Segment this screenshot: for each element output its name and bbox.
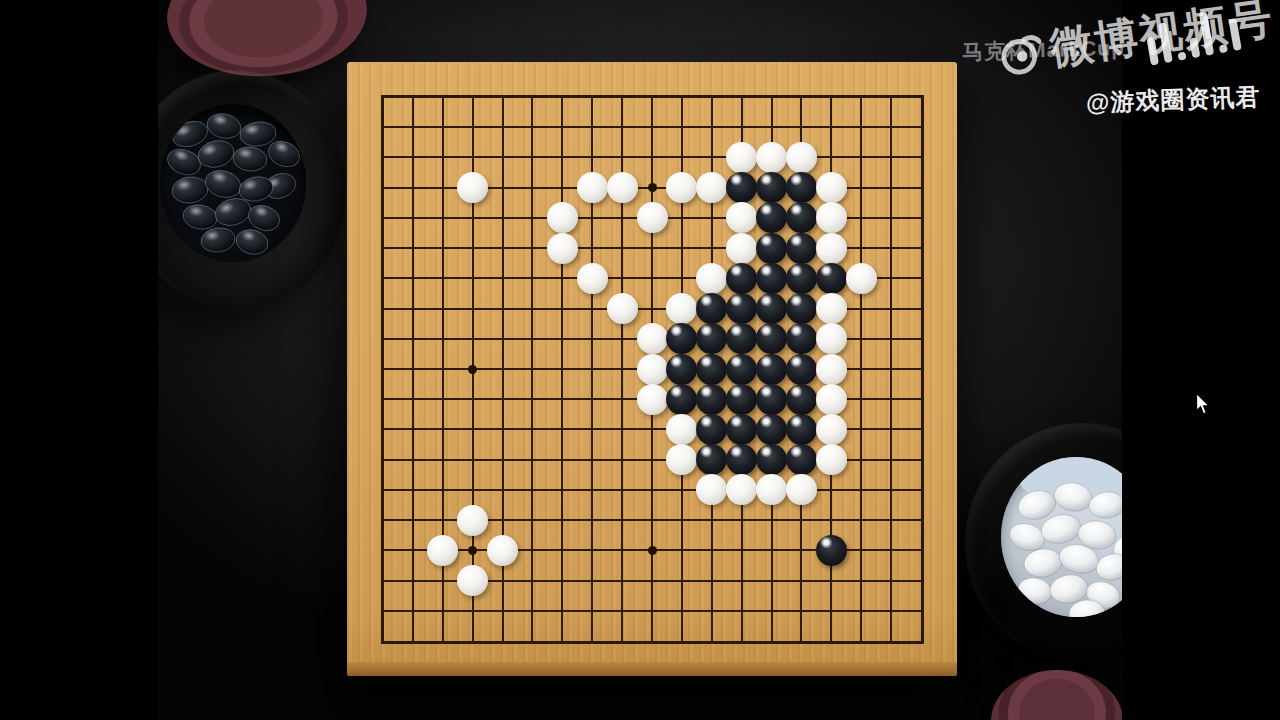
black-stone (756, 354, 787, 385)
pillarbox-left (0, 0, 158, 720)
video-frame: 马克杯MarkCup 微博视频号 @游戏圈资讯君 (0, 0, 1280, 720)
white-stone (427, 535, 458, 566)
grid-line-vertical (890, 97, 892, 641)
star-point (468, 546, 477, 555)
black-stone (816, 535, 847, 566)
star-point (468, 365, 477, 374)
white-stone (547, 202, 578, 233)
white-stone (547, 233, 578, 264)
white-stone (816, 354, 847, 385)
white-stone (726, 233, 757, 264)
black-stone (786, 263, 817, 294)
black-stones-graphic (160, 104, 306, 262)
white-stone (816, 323, 847, 354)
black-stone (786, 233, 817, 264)
white-stone (457, 565, 488, 596)
mouse-cursor (1195, 393, 1211, 415)
white-stone (726, 142, 757, 173)
black-stone (786, 384, 817, 415)
white-stone (756, 142, 787, 173)
black-stone (696, 384, 727, 415)
black-stone (696, 354, 727, 385)
black-stone (726, 263, 757, 294)
black-stone (816, 263, 847, 294)
watermark-account-handle: @游戏圈资讯君 (1085, 81, 1260, 119)
white-stone (816, 384, 847, 415)
grid-line-horizontal (383, 489, 921, 491)
star-point (648, 183, 657, 192)
white-stone (786, 142, 817, 173)
black-stone (666, 384, 697, 415)
black-stone (726, 384, 757, 415)
white-stone (816, 202, 847, 233)
black-stone-bowl (126, 70, 346, 310)
white-stone (637, 354, 668, 385)
go-board (347, 62, 957, 676)
white-stone (696, 263, 727, 294)
black-stone (726, 354, 757, 385)
grid-line-vertical (860, 97, 862, 641)
black-stone (756, 293, 787, 324)
black-stone (726, 414, 757, 445)
white-stone (577, 263, 608, 294)
black-stone (726, 293, 757, 324)
white-stone (487, 535, 518, 566)
white-stone (607, 293, 638, 324)
white-stone (457, 505, 488, 536)
black-stone-pile (160, 104, 306, 262)
black-stone (696, 414, 727, 445)
star-point (648, 546, 657, 555)
black-stone (786, 414, 817, 445)
white-stone (577, 172, 608, 203)
black-stone (756, 172, 787, 203)
black-stone (756, 233, 787, 264)
black-stone (786, 444, 817, 475)
white-stone (816, 172, 847, 203)
black-stone (756, 444, 787, 475)
white-stone (846, 263, 877, 294)
white-stone (816, 293, 847, 324)
black-stone (786, 354, 817, 385)
white-stone (816, 444, 847, 475)
white-stone (816, 414, 847, 445)
black-stone (786, 293, 817, 324)
black-stone (786, 323, 817, 354)
white-stone (607, 172, 638, 203)
black-stone (666, 354, 697, 385)
white-stone (637, 384, 668, 415)
white-stone (637, 323, 668, 354)
weibo-eye-icon (994, 28, 1046, 80)
black-stone (756, 384, 787, 415)
black-stone (756, 263, 787, 294)
white-stone (816, 233, 847, 264)
black-stone (786, 172, 817, 203)
black-stone (756, 414, 787, 445)
white-stone (637, 202, 668, 233)
grid-line-horizontal (383, 610, 921, 612)
